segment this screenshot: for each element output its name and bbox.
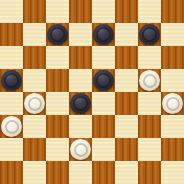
square-r2c5[interactable] bbox=[115, 46, 138, 69]
square-r3c7 bbox=[161, 69, 184, 92]
square-r4c5[interactable] bbox=[115, 92, 138, 115]
square-r0c2 bbox=[46, 0, 69, 23]
square-r5c0[interactable] bbox=[0, 115, 23, 138]
square-r5c2[interactable] bbox=[46, 115, 69, 138]
square-r7c5 bbox=[115, 161, 138, 184]
square-r6c5[interactable] bbox=[115, 138, 138, 161]
square-r7c6[interactable] bbox=[138, 161, 161, 184]
square-r3c5 bbox=[115, 69, 138, 92]
square-r2c7[interactable] bbox=[161, 46, 184, 69]
square-r1c0[interactable] bbox=[0, 23, 23, 46]
square-r3c0[interactable] bbox=[0, 69, 23, 92]
square-r2c2 bbox=[46, 46, 69, 69]
square-r2c0 bbox=[0, 46, 23, 69]
square-r5c7 bbox=[161, 115, 184, 138]
square-r1c7 bbox=[161, 23, 184, 46]
square-r1c4[interactable] bbox=[92, 23, 115, 46]
square-r5c1 bbox=[23, 115, 46, 138]
square-r3c6[interactable] bbox=[138, 69, 161, 92]
square-r4c2 bbox=[46, 92, 69, 115]
square-r3c4[interactable] bbox=[92, 69, 115, 92]
square-r7c0[interactable] bbox=[0, 161, 23, 184]
black-man[interactable] bbox=[93, 70, 114, 91]
square-r6c0 bbox=[0, 138, 23, 161]
checkers-board bbox=[0, 0, 184, 184]
white-man[interactable] bbox=[70, 139, 91, 160]
square-r6c7[interactable] bbox=[161, 138, 184, 161]
square-r2c3[interactable] bbox=[69, 46, 92, 69]
square-r0c4 bbox=[92, 0, 115, 23]
square-r1c1 bbox=[23, 23, 46, 46]
square-r4c7[interactable] bbox=[161, 92, 184, 115]
square-r7c4[interactable] bbox=[92, 161, 115, 184]
black-man[interactable] bbox=[93, 24, 114, 45]
square-r5c5 bbox=[115, 115, 138, 138]
white-man[interactable] bbox=[1, 116, 22, 137]
square-r0c5[interactable] bbox=[115, 0, 138, 23]
square-r1c2[interactable] bbox=[46, 23, 69, 46]
square-r4c4 bbox=[92, 92, 115, 115]
square-r6c1[interactable] bbox=[23, 138, 46, 161]
square-r6c2 bbox=[46, 138, 69, 161]
square-r4c3[interactable] bbox=[69, 92, 92, 115]
square-r5c3 bbox=[69, 115, 92, 138]
black-man[interactable] bbox=[70, 93, 91, 114]
square-r6c3[interactable] bbox=[69, 138, 92, 161]
square-r0c7[interactable] bbox=[161, 0, 184, 23]
square-r0c0 bbox=[0, 0, 23, 23]
square-r7c1 bbox=[23, 161, 46, 184]
white-man[interactable] bbox=[24, 93, 45, 114]
black-man[interactable] bbox=[139, 24, 160, 45]
square-r0c1[interactable] bbox=[23, 0, 46, 23]
square-r1c6[interactable] bbox=[138, 23, 161, 46]
square-r2c6 bbox=[138, 46, 161, 69]
square-r4c6 bbox=[138, 92, 161, 115]
white-man[interactable] bbox=[162, 93, 183, 114]
square-r4c1[interactable] bbox=[23, 92, 46, 115]
square-r3c3 bbox=[69, 69, 92, 92]
square-r1c3 bbox=[69, 23, 92, 46]
square-r5c4[interactable] bbox=[92, 115, 115, 138]
square-r3c1 bbox=[23, 69, 46, 92]
square-r0c3[interactable] bbox=[69, 0, 92, 23]
square-r0c6 bbox=[138, 0, 161, 23]
square-r7c3 bbox=[69, 161, 92, 184]
square-r2c1[interactable] bbox=[23, 46, 46, 69]
square-r1c5 bbox=[115, 23, 138, 46]
square-r3c2[interactable] bbox=[46, 69, 69, 92]
square-r7c2[interactable] bbox=[46, 161, 69, 184]
game-window bbox=[0, 0, 184, 184]
square-r7c7 bbox=[161, 161, 184, 184]
square-r6c6 bbox=[138, 138, 161, 161]
black-man[interactable] bbox=[1, 70, 22, 91]
square-r2c4 bbox=[92, 46, 115, 69]
black-man[interactable] bbox=[47, 24, 68, 45]
white-man[interactable] bbox=[139, 70, 160, 91]
square-r5c6[interactable] bbox=[138, 115, 161, 138]
square-r6c4 bbox=[92, 138, 115, 161]
square-r4c0 bbox=[0, 92, 23, 115]
